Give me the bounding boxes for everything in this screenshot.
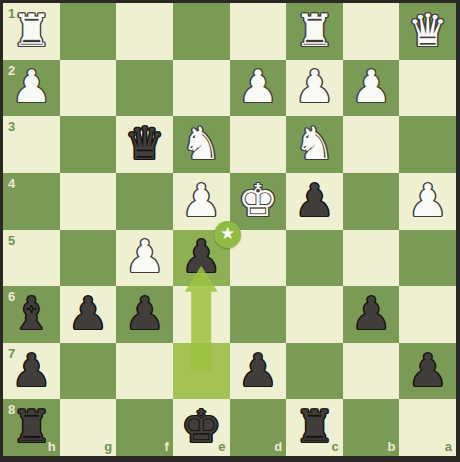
square-e1[interactable] — [173, 3, 230, 60]
square-e3[interactable]: ♞ — [173, 116, 230, 173]
piece-white-queen-a1[interactable]: ♛ — [408, 8, 448, 53]
piece-white-pawn-h2[interactable]: ♟ — [11, 64, 51, 109]
square-e2[interactable] — [173, 60, 230, 117]
square-g3[interactable] — [60, 116, 117, 173]
square-c7[interactable] — [286, 343, 343, 400]
square-c3[interactable]: ♞ — [286, 116, 343, 173]
piece-black-rook-h8[interactable]: ♜ — [11, 404, 51, 449]
square-h3[interactable]: 3 — [3, 116, 60, 173]
rank-label-4: 4 — [8, 177, 15, 190]
square-f7[interactable] — [116, 343, 173, 400]
square-g7[interactable] — [60, 343, 117, 400]
piece-white-rook-h1[interactable]: ♜ — [11, 8, 51, 53]
square-d8[interactable]: d — [230, 399, 287, 456]
square-b2[interactable]: ♟ — [343, 60, 400, 117]
square-h4[interactable]: 4 — [3, 173, 60, 230]
piece-black-pawn-g6[interactable]: ♟ — [68, 291, 108, 336]
square-d4[interactable]: ♚ — [230, 173, 287, 230]
square-f6[interactable]: ♟ — [116, 286, 173, 343]
piece-black-rook-c8[interactable]: ♜ — [294, 404, 334, 449]
square-d2[interactable]: ♟ — [230, 60, 287, 117]
best-move-star-badge: ★ — [214, 221, 241, 248]
piece-white-pawn-b2[interactable]: ♟ — [351, 64, 391, 109]
square-c2[interactable]: ♟ — [286, 60, 343, 117]
square-d1[interactable] — [230, 3, 287, 60]
square-b3[interactable] — [343, 116, 400, 173]
square-f8[interactable]: f — [116, 399, 173, 456]
square-d6[interactable] — [230, 286, 287, 343]
square-a1[interactable]: ♛ — [399, 3, 456, 60]
square-f1[interactable] — [116, 3, 173, 60]
square-b1[interactable] — [343, 3, 400, 60]
piece-white-pawn-a4[interactable]: ♟ — [408, 178, 448, 223]
piece-white-rook-c1[interactable]: ♜ — [294, 8, 334, 53]
piece-white-pawn-e4[interactable]: ♟ — [181, 178, 221, 223]
square-a3[interactable] — [399, 116, 456, 173]
square-d3[interactable] — [230, 116, 287, 173]
piece-white-knight-e3[interactable]: ♞ — [181, 121, 221, 166]
square-a5[interactable] — [399, 230, 456, 287]
square-b5[interactable] — [343, 230, 400, 287]
piece-black-pawn-c4[interactable]: ♟ — [294, 178, 334, 223]
piece-white-pawn-d2[interactable]: ♟ — [238, 64, 278, 109]
piece-white-knight-c3[interactable]: ♞ — [294, 121, 334, 166]
square-c6[interactable] — [286, 286, 343, 343]
square-h7[interactable]: 7♟ — [3, 343, 60, 400]
file-label-f: f — [165, 440, 169, 453]
square-g6[interactable]: ♟ — [60, 286, 117, 343]
square-e4[interactable]: ♟ — [173, 173, 230, 230]
square-e6[interactable] — [173, 286, 230, 343]
file-label-a: a — [445, 440, 452, 453]
square-b8[interactable]: b — [343, 399, 400, 456]
square-a6[interactable] — [399, 286, 456, 343]
square-c8[interactable]: c♜ — [286, 399, 343, 456]
rank-label-5: 5 — [8, 234, 15, 247]
rank-label-3: 3 — [8, 120, 15, 133]
square-g1[interactable] — [60, 3, 117, 60]
piece-black-pawn-f6[interactable]: ♟ — [124, 291, 164, 336]
file-label-g: g — [104, 440, 112, 453]
piece-black-queen-f3[interactable]: ♛ — [124, 121, 164, 166]
square-h8[interactable]: 8h♜ — [3, 399, 60, 456]
piece-black-pawn-b6[interactable]: ♟ — [351, 291, 391, 336]
piece-white-pawn-c2[interactable]: ♟ — [294, 64, 334, 109]
square-c5[interactable] — [286, 230, 343, 287]
square-b7[interactable] — [343, 343, 400, 400]
square-h5[interactable]: 5 — [3, 230, 60, 287]
piece-black-bishop-h6[interactable]: ♝ — [11, 291, 51, 336]
file-label-b: b — [387, 440, 395, 453]
square-g8[interactable]: g — [60, 399, 117, 456]
chess-app-stage: 1♜♜♛2♟♟♟♟3♛♞♞4♟♚♟♟5♟♟6♝♟♟♟7♟♟♟8h♜gfe♚dc♜… — [0, 0, 460, 462]
piece-black-pawn-h7[interactable]: ♟ — [11, 348, 51, 393]
square-g4[interactable] — [60, 173, 117, 230]
piece-black-pawn-a7[interactable]: ♟ — [408, 348, 448, 393]
star-icon: ★ — [220, 225, 235, 242]
square-f4[interactable] — [116, 173, 173, 230]
square-c4[interactable]: ♟ — [286, 173, 343, 230]
piece-black-king-e8[interactable]: ♚ — [181, 404, 221, 449]
square-f2[interactable] — [116, 60, 173, 117]
square-d7[interactable]: ♟ — [230, 343, 287, 400]
square-a7[interactable]: ♟ — [399, 343, 456, 400]
square-c1[interactable]: ♜ — [286, 3, 343, 60]
square-h6[interactable]: 6♝ — [3, 286, 60, 343]
file-label-d: d — [274, 440, 282, 453]
square-f3[interactable]: ♛ — [116, 116, 173, 173]
piece-black-pawn-d7[interactable]: ♟ — [238, 348, 278, 393]
square-h1[interactable]: 1♜ — [3, 3, 60, 60]
square-e7[interactable] — [173, 343, 230, 400]
piece-white-king-d4[interactable]: ♚ — [238, 178, 278, 223]
square-a8[interactable]: a — [399, 399, 456, 456]
square-f5[interactable]: ♟ — [116, 230, 173, 287]
square-a2[interactable] — [399, 60, 456, 117]
piece-white-pawn-f5[interactable]: ♟ — [124, 234, 164, 279]
square-e8[interactable]: e♚ — [173, 399, 230, 456]
square-g5[interactable] — [60, 230, 117, 287]
square-a4[interactable]: ♟ — [399, 173, 456, 230]
square-h2[interactable]: 2♟ — [3, 60, 60, 117]
square-g2[interactable] — [60, 60, 117, 117]
square-b4[interactable] — [343, 173, 400, 230]
square-b6[interactable]: ♟ — [343, 286, 400, 343]
